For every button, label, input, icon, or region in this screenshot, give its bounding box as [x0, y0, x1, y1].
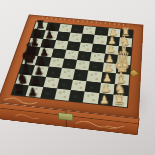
box-top-face: ♜♟♟♜♞♟♟♞♝♟♟♝♛♟♟♛♚♟♟♚♝♟♟♝♞♟♟♞♜♟♟♜	[0, 14, 143, 118]
square-h1[interactable]: ♜	[112, 94, 128, 107]
chess-box: ♜♟♟♜♞♟♟♞♝♟♟♝♛♟♟♛♚♟♟♚♝♟♟♝♞♟♟♞♜♟♟♜	[0, 14, 143, 118]
square-h7[interactable]: ♟	[26, 85, 43, 97]
brass-clasp-icon	[58, 112, 74, 121]
piece-white-rook[interactable]: ♜	[114, 94, 125, 106]
square-d5[interactable]	[64, 50, 79, 60]
square-d4[interactable]	[77, 51, 92, 61]
piece-white-pawn[interactable]: ♟	[101, 83, 111, 93]
piece-white-pawn[interactable]: ♟	[100, 94, 110, 105]
scene: ♜♟♟♜♞♟♟♞♝♟♟♝♛♟♟♛♚♟♟♚♝♟♟♝♞♟♟♞♜♟♟♜	[0, 0, 155, 155]
piece-black-pawn[interactable]: ♟	[28, 87, 38, 97]
piece-black-pawn[interactable]: ♟	[31, 76, 41, 86]
photo-backdrop: ♜♟♟♜♞♟♟♞♝♟♟♝♛♟♟♛♚♟♟♚♝♟♟♝♞♟♟♞♜♟♟♜	[0, 0, 155, 155]
piece-black-rook[interactable]: ♜	[13, 84, 24, 96]
square-h2[interactable]: ♟	[97, 93, 113, 106]
chess-board[interactable]: ♜♟♟♜♞♟♟♞♝♟♟♝♛♟♟♛♚♟♟♚♝♟♟♝♞♟♟♞♜♟♟♜	[10, 21, 133, 108]
